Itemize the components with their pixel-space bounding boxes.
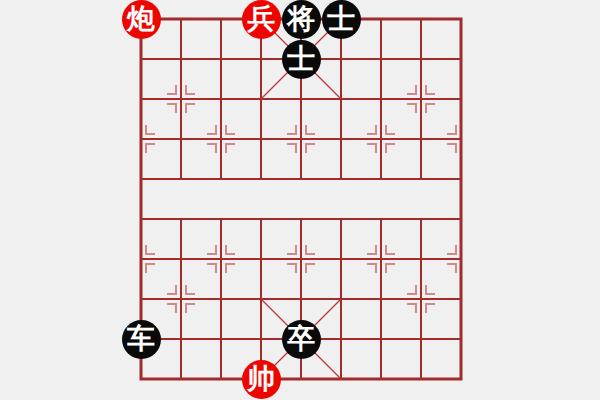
board-point (241, 39, 281, 79)
board-point (321, 319, 361, 359)
board-point (401, 319, 441, 359)
board-point (321, 39, 361, 79)
red-cannon[interactable]: 炮 (122, 0, 161, 39)
board-point (201, 279, 241, 319)
board-point (321, 159, 361, 199)
board-point (441, 79, 481, 119)
board-point (441, 359, 481, 399)
board-point (281, 119, 321, 159)
board-point (441, 319, 481, 359)
board-point (241, 199, 281, 239)
board-point (281, 359, 321, 399)
board-point (401, 359, 441, 399)
board-point (121, 199, 161, 239)
board-grid: 炮兵将士士车卒帅 (121, 0, 481, 399)
board-point (321, 239, 361, 279)
board-point (321, 279, 361, 319)
black-general[interactable]: 将 (282, 0, 321, 39)
black-chariot[interactable]: 车 (122, 320, 161, 359)
board-point (161, 119, 201, 159)
xiangqi-board: 炮兵将士士车卒帅 (0, 0, 600, 400)
board-point (201, 239, 241, 279)
board-point (121, 239, 161, 279)
board-point (401, 239, 441, 279)
board-point (201, 359, 241, 399)
board-point (441, 239, 481, 279)
board-point: 士 (321, 0, 361, 39)
board-point (241, 159, 281, 199)
board-point (401, 199, 441, 239)
board-point (361, 119, 401, 159)
board-point (401, 79, 441, 119)
board-point (401, 279, 441, 319)
board-point: 车 (121, 319, 161, 359)
board-point (201, 159, 241, 199)
board-point: 炮 (121, 0, 161, 39)
board-point: 卒 (281, 319, 321, 359)
board-point (321, 199, 361, 239)
board-point (161, 359, 201, 399)
board-point (241, 279, 281, 319)
board-point (281, 79, 321, 119)
board-point (201, 39, 241, 79)
board-point (121, 279, 161, 319)
board-point (161, 279, 201, 319)
board-point (281, 159, 321, 199)
board-point (161, 79, 201, 119)
board-point (441, 199, 481, 239)
board-point: 帅 (241, 359, 281, 399)
board-point (201, 199, 241, 239)
board-point (441, 279, 481, 319)
board-point (121, 359, 161, 399)
board-point: 兵 (241, 0, 281, 39)
board-point (361, 319, 401, 359)
board-point (401, 119, 441, 159)
board-point (361, 199, 401, 239)
board-point (161, 0, 201, 39)
board-point (121, 119, 161, 159)
board-point (361, 79, 401, 119)
board-point (401, 39, 441, 79)
board-point (241, 119, 281, 159)
board-point (361, 0, 401, 39)
board-point (201, 0, 241, 39)
board-point (201, 79, 241, 119)
board-point (161, 239, 201, 279)
board-point (121, 39, 161, 79)
board-point (441, 159, 481, 199)
board-point (161, 39, 201, 79)
board-point (161, 319, 201, 359)
red-general[interactable]: 帅 (242, 360, 281, 399)
board-point: 士 (281, 39, 321, 79)
black-soldier[interactable]: 卒 (282, 320, 321, 359)
board-point (201, 319, 241, 359)
board-point (161, 159, 201, 199)
board-point (361, 279, 401, 319)
board-point (321, 79, 361, 119)
board-point (441, 39, 481, 79)
board-point (281, 279, 321, 319)
board-point (281, 199, 321, 239)
board-point (361, 159, 401, 199)
board-point (361, 39, 401, 79)
board-point (241, 319, 281, 359)
board-point (401, 159, 441, 199)
board-point (361, 239, 401, 279)
board-point (361, 359, 401, 399)
board-point (241, 79, 281, 119)
board-point (121, 79, 161, 119)
board-point (241, 239, 281, 279)
board-point (441, 119, 481, 159)
board-point (321, 119, 361, 159)
board-point (121, 159, 161, 199)
black-advisor-1[interactable]: 士 (322, 0, 361, 39)
board-point (161, 199, 201, 239)
board-point (401, 0, 441, 39)
board-point (201, 119, 241, 159)
board-point (281, 239, 321, 279)
black-advisor-2[interactable]: 士 (282, 40, 321, 79)
board-point: 将 (281, 0, 321, 39)
red-soldier[interactable]: 兵 (242, 0, 281, 39)
board-point (441, 0, 481, 39)
board-point (321, 359, 361, 399)
